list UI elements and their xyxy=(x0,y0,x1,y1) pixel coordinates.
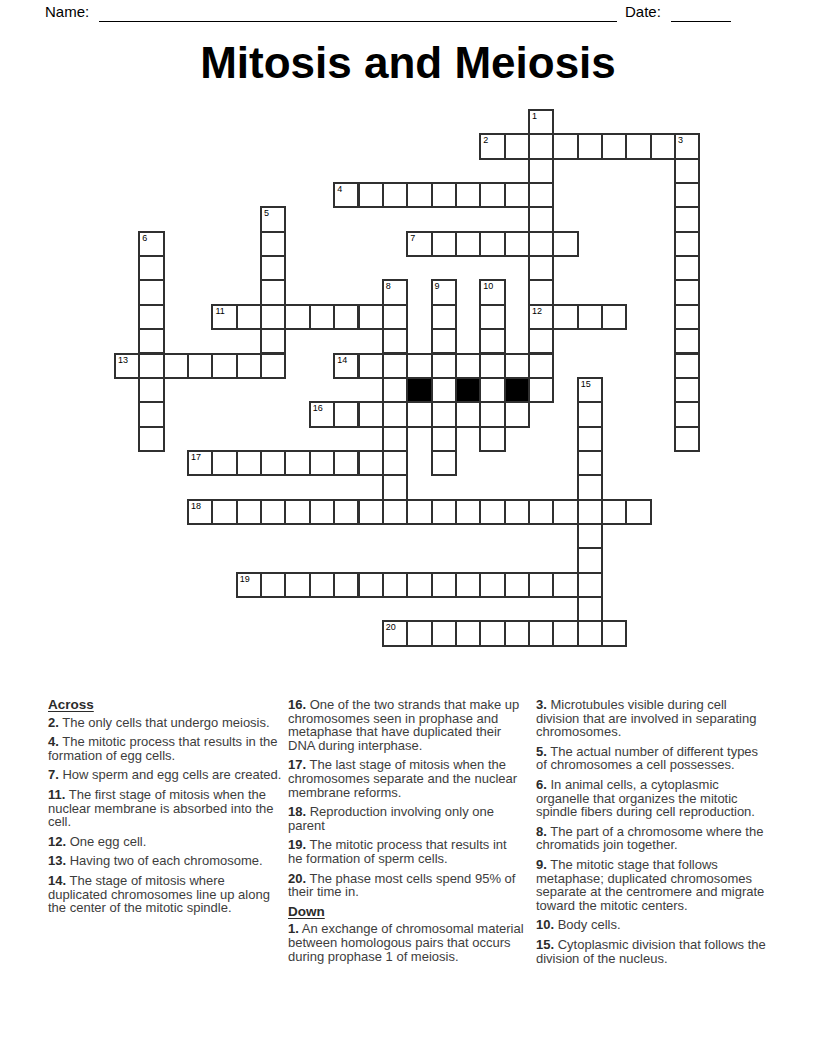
grid-cell[interactable] xyxy=(455,499,481,525)
clue-item-number: 19. xyxy=(288,837,306,852)
grid-cell[interactable] xyxy=(382,377,408,403)
grid-cell[interactable] xyxy=(382,304,408,330)
clue-item-number: 17. xyxy=(288,757,306,772)
down-clue-8: 8. The part of a chromosome where the ch… xyxy=(536,825,772,852)
grid-cell[interactable] xyxy=(138,279,164,305)
grid-cell[interactable] xyxy=(528,182,554,208)
grid-cell[interactable] xyxy=(260,304,286,330)
grid-cell[interactable] xyxy=(577,499,603,525)
name-blank-line xyxy=(99,4,617,22)
worksheet-page: Name: Date: Mitosis and Meiosis 12345678… xyxy=(0,0,816,1056)
grid-cell[interactable] xyxy=(674,158,700,184)
clue-item-number: 1. xyxy=(288,921,299,936)
down-clue-10: 10. Body cells. xyxy=(536,918,772,932)
clue-number: 15 xyxy=(581,380,591,389)
clue-item-number: 7. xyxy=(48,767,59,782)
grid-cell[interactable] xyxy=(479,182,505,208)
clue-column-1: Across2. The only cells that undergo mei… xyxy=(48,698,284,921)
date-blank-line xyxy=(671,4,731,22)
grid-cell[interactable] xyxy=(382,474,408,500)
grid-cell[interactable] xyxy=(625,133,651,159)
grid-cell[interactable] xyxy=(674,206,700,232)
grid-cell[interactable] xyxy=(577,304,603,330)
grid-cell[interactable] xyxy=(528,158,554,184)
grid-cell[interactable] xyxy=(382,426,408,452)
grid-cell[interactable] xyxy=(138,353,164,379)
grid-cell[interactable] xyxy=(382,499,408,525)
down-clue-5: 5. The actual number of different types … xyxy=(536,745,772,772)
across-clue-2: 2. The only cells that undergo meiosis. xyxy=(48,716,284,730)
name-label: Name: xyxy=(45,3,89,20)
grid-cell[interactable] xyxy=(333,572,359,598)
grid-cell[interactable] xyxy=(455,231,481,257)
down-clue-1: 1. An exchange of chromosomal material b… xyxy=(288,922,524,963)
across-heading: Across xyxy=(48,698,284,712)
clue-number: 11 xyxy=(215,307,224,316)
grid-cell[interactable] xyxy=(552,304,578,330)
grid-cell[interactable] xyxy=(504,620,530,646)
page-title: Mitosis and Meiosis xyxy=(0,38,816,88)
grid-cell[interactable] xyxy=(479,304,505,330)
grid-cell[interactable] xyxy=(431,572,457,598)
clue-item-number: 2. xyxy=(48,715,59,730)
grid-cell[interactable] xyxy=(358,182,384,208)
grid-cell[interactable] xyxy=(528,572,554,598)
grid-cell[interactable] xyxy=(504,231,530,257)
blocked-cell xyxy=(504,377,530,403)
grid-cell[interactable] xyxy=(382,401,408,427)
grid-cell[interactable] xyxy=(455,401,481,427)
grid-cell[interactable] xyxy=(260,328,286,354)
grid-cell[interactable] xyxy=(674,377,700,403)
grid-cell[interactable] xyxy=(284,304,310,330)
grid-cell[interactable] xyxy=(260,499,286,525)
grid-cell[interactable] xyxy=(187,353,213,379)
grid-cell[interactable] xyxy=(455,353,481,379)
grid-cell[interactable] xyxy=(358,499,384,525)
clue-number: 19 xyxy=(240,575,250,584)
grid-cell[interactable] xyxy=(479,328,505,354)
grid-cell[interactable] xyxy=(333,304,359,330)
grid-cell[interactable] xyxy=(528,620,554,646)
grid-cell[interactable] xyxy=(504,353,530,379)
grid-cell[interactable] xyxy=(504,572,530,598)
grid-cell[interactable] xyxy=(674,401,700,427)
grid-cell[interactable] xyxy=(236,499,262,525)
grid-cell[interactable] xyxy=(358,572,384,598)
grid-cell[interactable] xyxy=(431,328,457,354)
grid-cell[interactable] xyxy=(138,426,164,452)
grid-cell[interactable] xyxy=(552,620,578,646)
grid-cell[interactable] xyxy=(382,353,408,379)
grid-cell[interactable] xyxy=(309,572,335,598)
grid-cell[interactable] xyxy=(382,572,408,598)
grid-cell[interactable] xyxy=(163,353,189,379)
grid-cell[interactable] xyxy=(552,133,578,159)
clue-column-2: 16. One of the two strands that make up … xyxy=(288,698,524,969)
grid-cell[interactable] xyxy=(309,304,335,330)
grid-cell[interactable] xyxy=(431,182,457,208)
clue-item-number: 13. xyxy=(48,853,66,868)
grid-cell[interactable] xyxy=(333,499,359,525)
grid-cell[interactable] xyxy=(431,620,457,646)
grid-cell[interactable] xyxy=(504,133,530,159)
grid-cell[interactable] xyxy=(577,426,603,452)
grid-cell[interactable] xyxy=(674,328,700,354)
across-clue-12: 12. One egg cell. xyxy=(48,835,284,849)
grid-cell[interactable] xyxy=(674,231,700,257)
grid-cell[interactable] xyxy=(431,231,457,257)
grid-cell[interactable] xyxy=(504,182,530,208)
clue-item-number: 9. xyxy=(536,857,547,872)
grid-cell[interactable] xyxy=(260,353,286,379)
grid-cell[interactable] xyxy=(601,304,627,330)
grid-cell[interactable] xyxy=(358,304,384,330)
grid-cell[interactable] xyxy=(479,572,505,598)
grid-cell[interactable] xyxy=(674,426,700,452)
clue-number: 3 xyxy=(678,136,683,145)
clue-item-number: 3. xyxy=(536,697,547,712)
clue-number: 7 xyxy=(410,234,415,243)
grid-cell[interactable] xyxy=(455,182,481,208)
grid-cell[interactable] xyxy=(674,304,700,330)
grid-cell[interactable] xyxy=(358,450,384,476)
grid-cell[interactable] xyxy=(528,133,554,159)
grid-cell[interactable] xyxy=(528,499,554,525)
grid-cell[interactable] xyxy=(528,231,554,257)
clue-item-number: 11. xyxy=(48,787,65,802)
grid-cell[interactable] xyxy=(601,133,627,159)
down-heading: Down xyxy=(288,905,524,919)
across-clue-4: 4. The mitotic process that results in t… xyxy=(48,735,284,762)
clue-number: 14 xyxy=(337,356,347,365)
grid-cell[interactable] xyxy=(455,572,481,598)
clue-item-number: 4. xyxy=(48,734,59,749)
grid-cell[interactable] xyxy=(260,572,286,598)
across-clue-20: 20. The phase most cells spend 95% of th… xyxy=(288,872,524,899)
clue-number: 18 xyxy=(191,502,201,511)
grid-cell[interactable] xyxy=(431,401,457,427)
clue-number: 9 xyxy=(435,282,440,291)
grid-cell[interactable] xyxy=(284,450,310,476)
grid-cell[interactable] xyxy=(284,572,310,598)
grid-cell[interactable] xyxy=(528,255,554,281)
clue-item-number: 16. xyxy=(288,697,306,712)
across-clue-18: 18. Reproduction involving only one pare… xyxy=(288,805,524,832)
grid-cell[interactable] xyxy=(406,572,432,598)
clue-number: 1 xyxy=(532,112,537,121)
grid-cell[interactable] xyxy=(406,182,432,208)
clue-item-number: 8. xyxy=(536,824,547,839)
grid-cell[interactable] xyxy=(479,377,505,403)
grid-cell[interactable] xyxy=(333,450,359,476)
grid-cell[interactable] xyxy=(552,499,578,525)
grid-cell[interactable] xyxy=(406,353,432,379)
clue-number: 5 xyxy=(264,209,269,218)
date-label: Date: xyxy=(625,3,661,20)
grid-cell[interactable] xyxy=(479,426,505,452)
clue-number: 8 xyxy=(386,282,391,291)
grid-cell[interactable] xyxy=(138,255,164,281)
clue-item-number: 10. xyxy=(536,917,554,932)
grid-cell[interactable] xyxy=(625,499,651,525)
grid-cell[interactable] xyxy=(479,353,505,379)
grid-cell[interactable] xyxy=(309,499,335,525)
grid-cell[interactable] xyxy=(577,547,603,573)
grid-cell[interactable] xyxy=(260,450,286,476)
blocked-cell xyxy=(406,377,432,403)
grid-cell[interactable] xyxy=(431,377,457,403)
grid-cell[interactable] xyxy=(528,353,554,379)
down-clue-15: 15. Cytoplasmic division that follows th… xyxy=(536,938,772,965)
clue-number: 6 xyxy=(142,234,147,243)
grid-cell[interactable] xyxy=(382,450,408,476)
clue-item-number: 6. xyxy=(536,777,547,792)
grid-cell[interactable] xyxy=(236,353,262,379)
grid-cell[interactable] xyxy=(211,450,237,476)
grid-cell[interactable] xyxy=(431,426,457,452)
clue-item-number: 20. xyxy=(288,871,306,886)
across-clue-16: 16. One of the two strands that make up … xyxy=(288,698,524,752)
clue-number: 17 xyxy=(191,453,201,462)
grid-cell[interactable] xyxy=(211,499,237,525)
grid-cell[interactable] xyxy=(138,304,164,330)
grid-cell[interactable] xyxy=(138,401,164,427)
grid-cell[interactable] xyxy=(577,450,603,476)
across-clue-17: 17. The last stage of mitosis when the c… xyxy=(288,758,524,799)
grid-cell[interactable] xyxy=(406,401,432,427)
clue-number: 13 xyxy=(118,356,128,365)
grid-cell[interactable] xyxy=(260,279,286,305)
grid-cell[interactable] xyxy=(406,620,432,646)
down-clue-3: 3. Microtubules visible during cell divi… xyxy=(536,698,772,739)
clue-number: 20 xyxy=(386,623,396,632)
grid-cell[interactable] xyxy=(284,499,310,525)
down-clue-6: 6. In animal cells, a cytoplasmic organe… xyxy=(536,778,772,819)
grid-cell[interactable] xyxy=(528,206,554,232)
grid-cell[interactable] xyxy=(674,353,700,379)
grid-cell[interactable] xyxy=(455,620,481,646)
grid-cell[interactable] xyxy=(333,401,359,427)
clue-number: 4 xyxy=(337,185,342,194)
grid-cell[interactable] xyxy=(528,279,554,305)
grid-cell[interactable] xyxy=(236,450,262,476)
grid-cell[interactable] xyxy=(479,401,505,427)
grid-cell[interactable] xyxy=(479,499,505,525)
clue-item-number: 15. xyxy=(536,937,554,952)
grid-cell[interactable] xyxy=(577,401,603,427)
grid-cell[interactable] xyxy=(406,499,432,525)
grid-cell[interactable] xyxy=(650,133,676,159)
clue-number: 16 xyxy=(313,404,323,413)
grid-cell[interactable] xyxy=(431,353,457,379)
grid-cell[interactable] xyxy=(528,328,554,354)
grid-cell[interactable] xyxy=(552,572,578,598)
grid-cell[interactable] xyxy=(528,377,554,403)
clue-item-number: 12. xyxy=(48,834,66,849)
grid-cell[interactable] xyxy=(138,377,164,403)
grid-cell[interactable] xyxy=(358,353,384,379)
grid-cell[interactable] xyxy=(601,620,627,646)
clue-item-number: 5. xyxy=(536,744,547,759)
grid-cell[interactable] xyxy=(674,255,700,281)
grid-cell[interactable] xyxy=(382,182,408,208)
grid-cell[interactable] xyxy=(601,499,627,525)
grid-cell[interactable] xyxy=(479,620,505,646)
across-clue-11: 11. The first stage of mitosis when the … xyxy=(48,788,284,829)
across-clue-19: 19. The mitotic process that results int… xyxy=(288,838,524,865)
clue-column-3: 3. Microtubules visible during cell divi… xyxy=(536,698,772,971)
down-clue-9: 9. The mitotic stage that follows metaph… xyxy=(536,858,772,912)
grid-cell[interactable] xyxy=(504,499,530,525)
blocked-cell xyxy=(455,377,481,403)
clue-item-number: 18. xyxy=(288,804,306,819)
across-clue-7: 7. How sperm and egg cells are created. xyxy=(48,768,284,782)
grid-cell[interactable] xyxy=(577,523,603,549)
across-clue-13: 13. Having two of each chromosome. xyxy=(48,854,284,868)
grid-cell[interactable] xyxy=(577,133,603,159)
grid-cell[interactable] xyxy=(674,182,700,208)
grid-cell[interactable] xyxy=(577,572,603,598)
grid-cell[interactable] xyxy=(358,401,384,427)
grid-cell[interactable] xyxy=(577,620,603,646)
grid-cell[interactable] xyxy=(211,353,237,379)
grid-cell[interactable] xyxy=(309,450,335,476)
grid-cell[interactable] xyxy=(431,450,457,476)
across-clue-14: 14. The stage of mitosis where duplicate… xyxy=(48,874,284,915)
grid-cell[interactable] xyxy=(382,328,408,354)
grid-cell[interactable] xyxy=(431,304,457,330)
grid-cell[interactable] xyxy=(138,328,164,354)
clue-number: 10 xyxy=(483,282,493,291)
clue-item-number: 14. xyxy=(48,873,66,888)
crossword-grid: 1234567891011121314151617181920 xyxy=(115,110,701,647)
grid-cell[interactable] xyxy=(260,231,286,257)
grid-cell[interactable] xyxy=(674,279,700,305)
grid-cell[interactable] xyxy=(577,474,603,500)
grid-cell[interactable] xyxy=(236,304,262,330)
grid-cell[interactable] xyxy=(577,596,603,622)
clue-number: 2 xyxy=(483,136,488,145)
grid-cell[interactable] xyxy=(260,255,286,281)
grid-cell[interactable] xyxy=(552,231,578,257)
clue-number: 12 xyxy=(532,307,542,316)
grid-cell[interactable] xyxy=(431,499,457,525)
grid-cell[interactable] xyxy=(479,231,505,257)
grid-cell[interactable] xyxy=(504,401,530,427)
